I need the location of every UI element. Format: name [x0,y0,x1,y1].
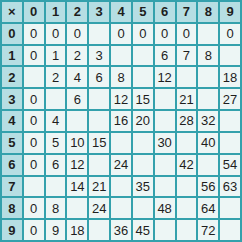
row-header-1: 1 [2,46,22,66]
cell-r5-c0[interactable]: 0 [24,133,44,153]
multiplication-table: ×012345678900000000010123678224681218306… [0,0,242,242]
row-header-8: 8 [2,198,22,218]
cell-r8-c0[interactable]: 0 [24,198,44,218]
cell-r3-c1[interactable] [46,89,66,109]
cell-r6-c7[interactable]: 42 [177,155,197,175]
cell-r8-c2[interactable] [67,198,87,218]
col-header-0: 0 [24,2,44,22]
cell-r3-c9[interactable]: 27 [220,89,240,109]
cell-r0-c4[interactable]: 0 [111,24,131,44]
cell-r0-c7[interactable]: 0 [177,24,197,44]
cell-r7-c2[interactable]: 14 [67,177,87,197]
col-header-6: 6 [155,2,175,22]
cell-r4-c4[interactable]: 16 [111,111,131,131]
cell-r7-c3[interactable]: 21 [89,177,109,197]
cell-r5-c3[interactable]: 15 [89,133,109,153]
cell-r9-c8[interactable]: 72 [198,220,218,240]
cell-r9-c9[interactable] [220,220,240,240]
cell-r8-c9[interactable] [220,198,240,218]
row-header-3: 3 [2,89,22,109]
cell-r7-c9[interactable]: 63 [220,177,240,197]
col-header-2: 2 [67,2,87,22]
cell-r1-c8[interactable]: 8 [198,46,218,66]
cell-r7-c0[interactable] [24,177,44,197]
cell-r3-c7[interactable]: 21 [177,89,197,109]
cell-r4-c7[interactable]: 28 [177,111,197,131]
row-header-6: 6 [2,155,22,175]
cell-r0-c3[interactable] [89,24,109,44]
cell-r3-c4[interactable]: 12 [111,89,131,109]
operator-icon: × [2,2,22,22]
cell-r6-c1[interactable]: 6 [46,155,66,175]
row-header-4: 4 [2,111,22,131]
cell-r0-c9[interactable]: 0 [220,24,240,44]
cell-r2-c2[interactable]: 4 [67,67,87,87]
cell-r2-c6[interactable]: 12 [155,67,175,87]
col-header-7: 7 [177,2,197,22]
cell-r2-c3[interactable]: 6 [89,67,109,87]
cell-r0-c5[interactable]: 0 [133,24,153,44]
cell-r1-c0[interactable]: 0 [24,46,44,66]
cell-r6-c9[interactable]: 54 [220,155,240,175]
row-header-0: 0 [2,24,22,44]
cell-r5-c9[interactable] [220,133,240,153]
cell-r4-c5[interactable]: 20 [133,111,153,131]
col-header-5: 5 [133,2,153,22]
cell-r8-c8[interactable]: 64 [198,198,218,218]
cell-r1-c4[interactable] [111,46,131,66]
cell-r0-c1[interactable]: 0 [46,24,66,44]
cell-r9-c5[interactable]: 45 [133,220,153,240]
cell-r9-c6[interactable] [155,220,175,240]
cell-r4-c8[interactable]: 32 [198,111,218,131]
cell-r2-c5[interactable] [133,67,153,87]
cell-r9-c7[interactable] [177,220,197,240]
cell-r6-c4[interactable]: 24 [111,155,131,175]
col-header-1: 1 [46,2,66,22]
cell-r7-c1[interactable] [46,177,66,197]
cell-r8-c5[interactable] [133,198,153,218]
cell-r5-c8[interactable]: 40 [198,133,218,153]
row-header-9: 9 [2,220,22,240]
cell-r2-c8[interactable] [198,67,218,87]
cell-r7-c5[interactable]: 35 [133,177,153,197]
cell-r3-c3[interactable] [89,89,109,109]
col-header-3: 3 [89,2,109,22]
cell-r6-c3[interactable] [89,155,109,175]
cell-r4-c1[interactable]: 4 [46,111,66,131]
cell-r2-c0[interactable] [24,67,44,87]
cell-r5-c4[interactable] [111,133,131,153]
cell-r0-c8[interactable] [198,24,218,44]
cell-r1-c5[interactable] [133,46,153,66]
cell-r4-c0[interactable]: 0 [24,111,44,131]
cell-r3-c2[interactable]: 6 [67,89,87,109]
cell-r2-c4[interactable]: 8 [111,67,131,87]
cell-r6-c6[interactable] [155,155,175,175]
cell-r9-c1[interactable]: 9 [46,220,66,240]
cell-r1-c2[interactable]: 2 [67,46,87,66]
cell-r3-c0[interactable]: 0 [24,89,44,109]
cell-r7-c8[interactable]: 56 [198,177,218,197]
cell-r7-c4[interactable] [111,177,131,197]
cell-r8-c6[interactable]: 48 [155,198,175,218]
cell-r2-c7[interactable] [177,67,197,87]
cell-r4-c3[interactable] [89,111,109,131]
cell-r0-c6[interactable]: 0 [155,24,175,44]
cell-r5-c5[interactable] [133,133,153,153]
cell-r8-c3[interactable]: 24 [89,198,109,218]
cell-r8-c1[interactable]: 8 [46,198,66,218]
cell-r1-c6[interactable]: 6 [155,46,175,66]
cell-r5-c1[interactable]: 5 [46,133,66,153]
cell-r5-c7[interactable] [177,133,197,153]
col-header-9: 9 [220,2,240,22]
cell-r1-c9[interactable] [220,46,240,66]
cell-r3-c8[interactable] [198,89,218,109]
cell-r2-c1[interactable]: 2 [46,67,66,87]
cell-r4-c2[interactable] [67,111,87,131]
cell-r1-c7[interactable]: 7 [177,46,197,66]
cell-r6-c2[interactable]: 12 [67,155,87,175]
cell-r9-c3[interactable] [89,220,109,240]
cell-r3-c5[interactable]: 15 [133,89,153,109]
cell-r0-c2[interactable]: 0 [67,24,87,44]
cell-r1-c3[interactable]: 3 [89,46,109,66]
cell-r4-c6[interactable] [155,111,175,131]
row-header-2: 2 [2,67,22,87]
cell-r9-c2[interactable]: 18 [67,220,87,240]
cell-r5-c6[interactable]: 30 [155,133,175,153]
cell-r3-c6[interactable] [155,89,175,109]
row-header-5: 5 [2,133,22,153]
col-header-4: 4 [111,2,131,22]
cell-r6-c8[interactable] [198,155,218,175]
cell-r6-c5[interactable] [133,155,153,175]
cell-r5-c2[interactable]: 10 [67,133,87,153]
cell-r7-c6[interactable] [155,177,175,197]
cell-r4-c9[interactable] [220,111,240,131]
cell-r1-c1[interactable]: 1 [46,46,66,66]
col-header-8: 8 [198,2,218,22]
cell-r8-c4[interactable] [111,198,131,218]
cell-r2-c9[interactable]: 18 [220,67,240,87]
row-header-7: 7 [2,177,22,197]
cell-r0-c0[interactable]: 0 [24,24,44,44]
cell-r9-c0[interactable]: 0 [24,220,44,240]
cell-r7-c7[interactable] [177,177,197,197]
cell-r6-c0[interactable]: 0 [24,155,44,175]
cell-r9-c4[interactable]: 36 [111,220,131,240]
cell-r8-c7[interactable] [177,198,197,218]
